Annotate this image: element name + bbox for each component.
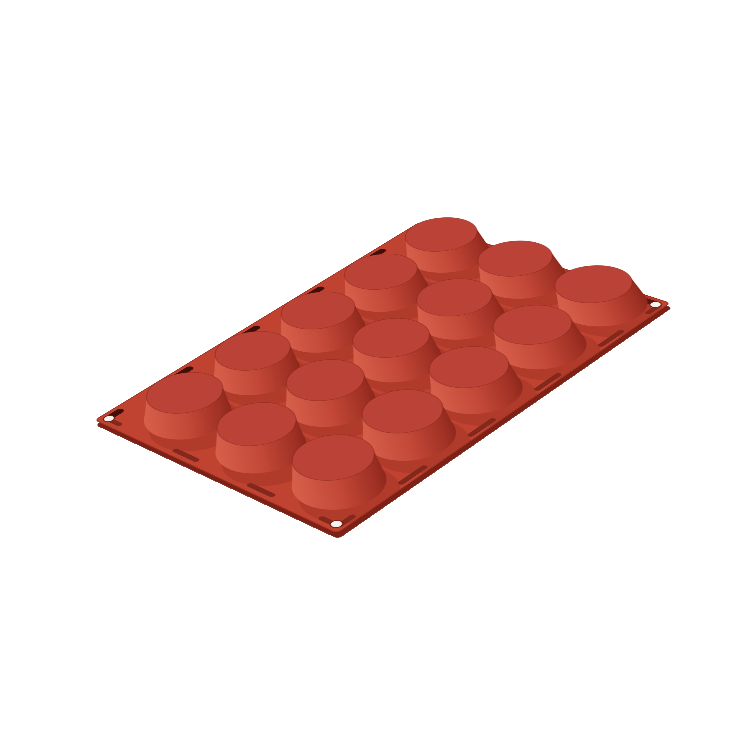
mold-plane	[95, 222, 670, 533]
mold-graphic	[95, 222, 670, 533]
product-photo-canvas	[0, 0, 750, 750]
